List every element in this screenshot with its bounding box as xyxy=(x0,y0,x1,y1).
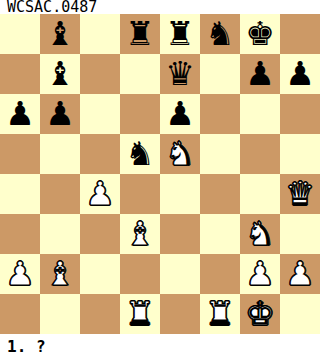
square-c5[interactable] xyxy=(80,134,120,174)
square-g3[interactable]: ♞ xyxy=(240,214,280,254)
square-f2[interactable] xyxy=(200,254,240,294)
black-pawn-icon: ♟ xyxy=(165,94,195,134)
square-b4[interactable] xyxy=(40,174,80,214)
square-g7[interactable]: ♟ xyxy=(240,54,280,94)
square-d6[interactable] xyxy=(120,94,160,134)
white-king-icon: ♚ xyxy=(245,294,275,334)
white-rook-icon: ♜ xyxy=(125,294,155,334)
square-g6[interactable] xyxy=(240,94,280,134)
square-f7[interactable] xyxy=(200,54,240,94)
black-pawn-icon: ♟ xyxy=(5,94,35,134)
black-rook-icon: ♜ xyxy=(165,14,195,54)
square-e6[interactable]: ♟ xyxy=(160,94,200,134)
square-f3[interactable] xyxy=(200,214,240,254)
move-prompt: 1. ? xyxy=(0,334,320,360)
black-rook-icon: ♜ xyxy=(125,14,155,54)
square-a8[interactable] xyxy=(0,14,40,54)
square-a3[interactable] xyxy=(0,214,40,254)
white-knight-icon: ♞ xyxy=(245,214,275,254)
square-b5[interactable] xyxy=(40,134,80,174)
black-king-icon: ♚ xyxy=(245,14,275,54)
square-d5[interactable]: ♞ xyxy=(120,134,160,174)
square-f5[interactable] xyxy=(200,134,240,174)
black-pawn-icon: ♟ xyxy=(45,94,75,134)
white-pawn-icon: ♟ xyxy=(245,254,275,294)
white-pawn-icon: ♟ xyxy=(5,254,35,294)
square-g5[interactable] xyxy=(240,134,280,174)
square-h6[interactable] xyxy=(280,94,320,134)
square-f1[interactable]: ♜ xyxy=(200,294,240,334)
square-c3[interactable] xyxy=(80,214,120,254)
black-pawn-icon: ♟ xyxy=(245,54,275,94)
square-c7[interactable] xyxy=(80,54,120,94)
white-knight-icon: ♞ xyxy=(165,134,195,174)
square-c4[interactable]: ♟ xyxy=(80,174,120,214)
square-h2[interactable]: ♟ xyxy=(280,254,320,294)
white-queen-icon: ♛ xyxy=(285,174,315,214)
square-h7[interactable]: ♟ xyxy=(280,54,320,94)
square-h5[interactable] xyxy=(280,134,320,174)
square-a2[interactable]: ♟ xyxy=(0,254,40,294)
square-f4[interactable] xyxy=(200,174,240,214)
square-a5[interactable] xyxy=(0,134,40,174)
square-b1[interactable] xyxy=(40,294,80,334)
square-d3[interactable]: ♝ xyxy=(120,214,160,254)
square-c1[interactable] xyxy=(80,294,120,334)
square-f6[interactable] xyxy=(200,94,240,134)
square-g1[interactable]: ♚ xyxy=(240,294,280,334)
square-c6[interactable] xyxy=(80,94,120,134)
square-a4[interactable] xyxy=(0,174,40,214)
white-rook-icon: ♜ xyxy=(205,294,235,334)
chess-board: ♝♜♜♞♚♝♛♟♟♟♟♟♞♞♟♛♝♞♟♝♟♟♜♜♚ xyxy=(0,14,320,334)
white-pawn-icon: ♟ xyxy=(85,174,115,214)
white-bishop-icon: ♝ xyxy=(125,214,155,254)
square-h1[interactable] xyxy=(280,294,320,334)
black-bishop-icon: ♝ xyxy=(45,54,75,94)
square-a1[interactable] xyxy=(0,294,40,334)
square-g8[interactable]: ♚ xyxy=(240,14,280,54)
white-pawn-icon: ♟ xyxy=(285,254,315,294)
square-b8[interactable]: ♝ xyxy=(40,14,80,54)
square-c8[interactable] xyxy=(80,14,120,54)
square-b6[interactable]: ♟ xyxy=(40,94,80,134)
square-d1[interactable]: ♜ xyxy=(120,294,160,334)
square-h4[interactable]: ♛ xyxy=(280,174,320,214)
square-c2[interactable] xyxy=(80,254,120,294)
square-h8[interactable] xyxy=(280,14,320,54)
square-h3[interactable] xyxy=(280,214,320,254)
square-b3[interactable] xyxy=(40,214,80,254)
square-d4[interactable] xyxy=(120,174,160,214)
black-queen-icon: ♛ xyxy=(165,54,195,94)
square-f8[interactable]: ♞ xyxy=(200,14,240,54)
black-pawn-icon: ♟ xyxy=(285,54,315,94)
black-knight-icon: ♞ xyxy=(205,14,235,54)
square-e1[interactable] xyxy=(160,294,200,334)
puzzle-id: WCSAC.0487 xyxy=(0,0,320,14)
square-d8[interactable]: ♜ xyxy=(120,14,160,54)
square-b2[interactable]: ♝ xyxy=(40,254,80,294)
square-e5[interactable]: ♞ xyxy=(160,134,200,174)
square-e4[interactable] xyxy=(160,174,200,214)
square-e7[interactable]: ♛ xyxy=(160,54,200,94)
square-g2[interactable]: ♟ xyxy=(240,254,280,294)
square-g4[interactable] xyxy=(240,174,280,214)
square-e2[interactable] xyxy=(160,254,200,294)
square-e8[interactable]: ♜ xyxy=(160,14,200,54)
square-d2[interactable] xyxy=(120,254,160,294)
square-e3[interactable] xyxy=(160,214,200,254)
square-a6[interactable]: ♟ xyxy=(0,94,40,134)
square-d7[interactable] xyxy=(120,54,160,94)
black-bishop-icon: ♝ xyxy=(45,14,75,54)
square-a7[interactable] xyxy=(0,54,40,94)
chess-puzzle-window: WCSAC.0487 ♝♜♜♞♚♝♛♟♟♟♟♟♞♞♟♛♝♞♟♝♟♟♜♜♚ 1. … xyxy=(0,0,320,360)
black-knight-icon: ♞ xyxy=(125,134,155,174)
white-bishop-icon: ♝ xyxy=(45,254,75,294)
square-b7[interactable]: ♝ xyxy=(40,54,80,94)
